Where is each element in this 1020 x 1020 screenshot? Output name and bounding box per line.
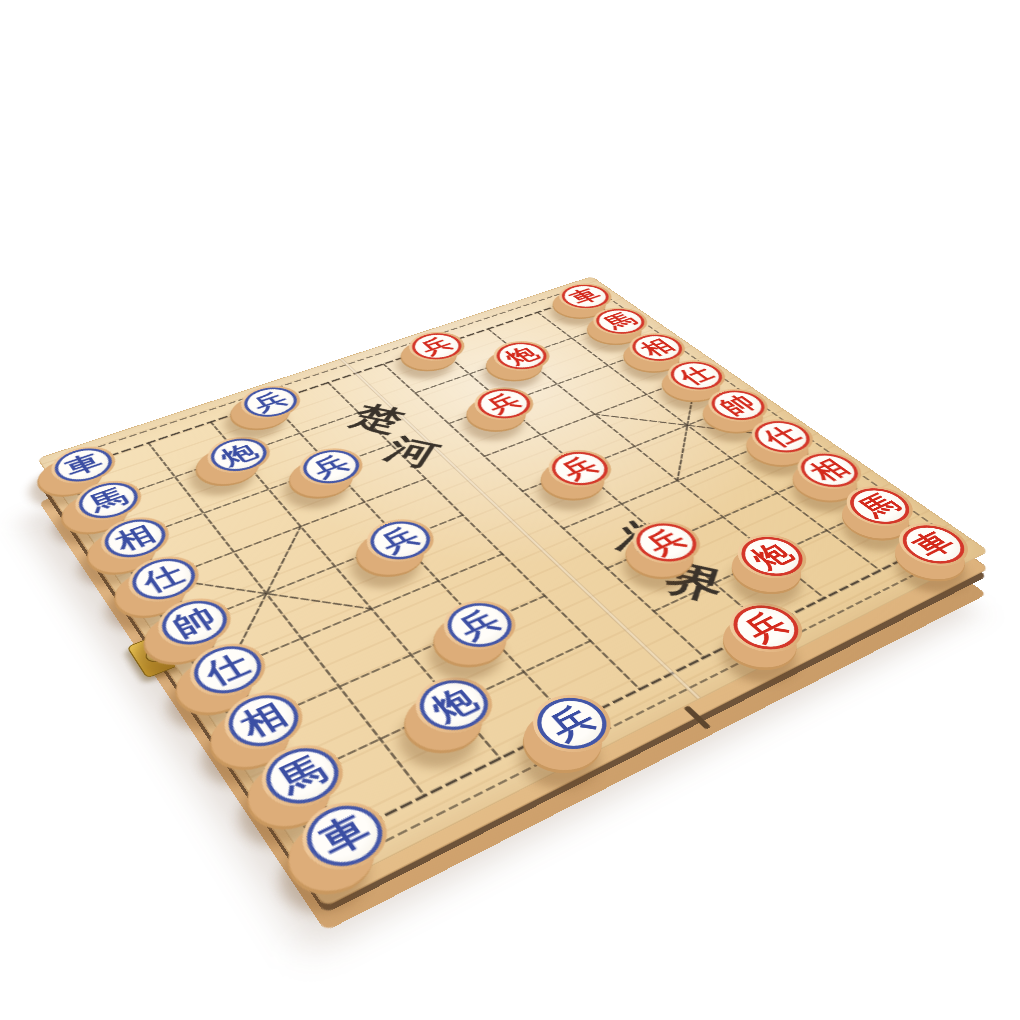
piece-character: 兵: [452, 605, 507, 642]
piece-character: 帥: [714, 392, 760, 417]
piece-character: 車: [565, 286, 605, 306]
piece-character: 馬: [853, 490, 905, 520]
piece-character: 炮: [744, 539, 797, 572]
piece-character: 車: [60, 450, 105, 478]
piece-character: 相: [110, 521, 159, 553]
piece-character: 車: [313, 809, 376, 861]
piece-character: 車: [906, 527, 960, 560]
river-character: 界: [656, 556, 733, 610]
piece-character: 馬: [272, 751, 332, 798]
piece-character: 仕: [674, 363, 719, 387]
piece-character: 炮: [424, 683, 482, 726]
piece-character: 仕: [200, 649, 255, 689]
piece-character: 兵: [375, 523, 425, 555]
piece-character: 相: [234, 698, 291, 742]
piece-character: 兵: [307, 452, 354, 480]
piece-character: 炮: [216, 440, 262, 468]
product-photo-scene: 楚河 漢界 車馬相仕帥仕相馬車炮炮兵兵兵兵兵兵兵兵兵兵炮炮車馬相仕帥仕相馬車: [0, 0, 1020, 1020]
piece-character: 兵: [415, 335, 457, 357]
piece-character: 仕: [758, 423, 806, 450]
piece-character: 馬: [85, 485, 132, 515]
piece-character: 兵: [481, 391, 526, 416]
piece-character: 帥: [168, 603, 221, 640]
piece-character: 相: [635, 336, 678, 358]
piece-character: 仕: [138, 561, 189, 596]
piece-character: 兵: [555, 454, 603, 482]
piece-character: 相: [804, 455, 854, 484]
piece-character: 兵: [541, 701, 601, 745]
piece-character: 兵: [640, 525, 692, 558]
piece-character: 炮: [500, 344, 543, 367]
piece-character: 兵: [737, 608, 794, 646]
piece-character: 兵: [248, 389, 292, 414]
piece-character: 馬: [599, 310, 641, 331]
